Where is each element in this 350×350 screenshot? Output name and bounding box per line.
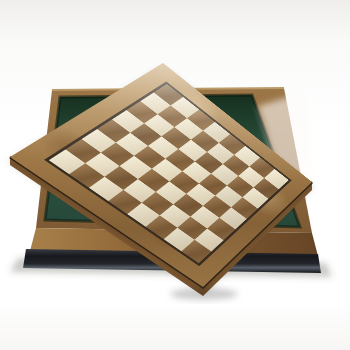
board-tip-shadow	[170, 288, 238, 300]
product-photo-scene	[0, 0, 350, 350]
